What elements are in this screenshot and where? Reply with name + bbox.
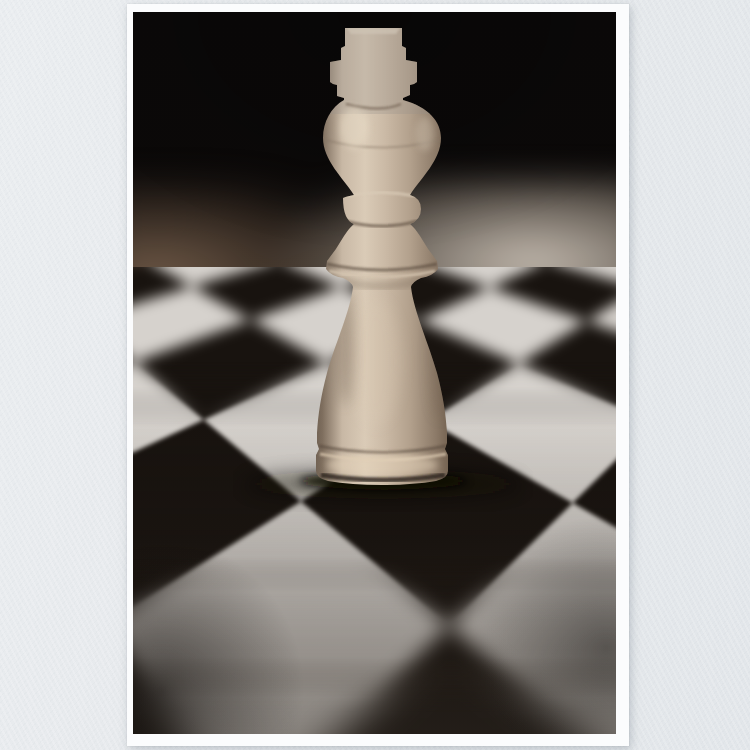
base-front-highlight — [326, 454, 438, 476]
poster — [127, 4, 629, 746]
chess-photo — [133, 12, 616, 734]
body-highlight — [351, 298, 401, 426]
body-left-shade — [337, 289, 353, 405]
crown-highlight-right — [416, 117, 434, 151]
body-right-shade — [431, 295, 449, 419]
cross-top-face — [347, 28, 400, 34]
king-cross-tint — [321, 22, 431, 114]
crown-highlight — [340, 107, 368, 149]
white-king-piece — [311, 22, 453, 487]
